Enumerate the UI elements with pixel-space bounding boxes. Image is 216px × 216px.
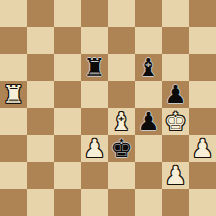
white-bishop: ♝ [110, 108, 132, 135]
square-d4[interactable] [81, 108, 108, 135]
black-bishop: ♝ [137, 54, 159, 81]
square-g3[interactable] [162, 135, 189, 162]
white-pawn: ♟ [191, 135, 213, 162]
black-rook: ♜ [83, 54, 105, 81]
square-e1[interactable] [108, 189, 135, 216]
square-d6[interactable]: ♜ [81, 54, 108, 81]
square-d3[interactable]: ♟ [81, 135, 108, 162]
square-d8[interactable] [81, 0, 108, 27]
square-d1[interactable] [81, 189, 108, 216]
square-b8[interactable] [27, 0, 54, 27]
square-e6[interactable] [108, 54, 135, 81]
square-f2[interactable] [135, 162, 162, 189]
square-g7[interactable] [162, 27, 189, 54]
square-e3[interactable]: ♚ [108, 135, 135, 162]
square-g8[interactable] [162, 0, 189, 27]
square-d2[interactable] [81, 162, 108, 189]
white-pawn: ♟ [164, 162, 186, 189]
square-e7[interactable] [108, 27, 135, 54]
square-f1[interactable] [135, 189, 162, 216]
black-pawn: ♟ [164, 81, 186, 108]
square-h6[interactable] [189, 54, 216, 81]
white-king: ♚ [164, 108, 186, 135]
square-h3[interactable]: ♟ [189, 135, 216, 162]
square-c1[interactable] [54, 189, 81, 216]
square-g2[interactable]: ♟ [162, 162, 189, 189]
square-d7[interactable] [81, 27, 108, 54]
square-b2[interactable] [27, 162, 54, 189]
square-g4[interactable]: ♚ [162, 108, 189, 135]
square-g5[interactable]: ♟ [162, 81, 189, 108]
square-h8[interactable] [189, 0, 216, 27]
square-f6[interactable]: ♝ [135, 54, 162, 81]
chess-board: ♜♝♜♟♝♟♚♟♚♟♟ [0, 0, 216, 216]
square-c6[interactable] [54, 54, 81, 81]
black-pawn: ♟ [137, 108, 159, 135]
square-b7[interactable] [27, 27, 54, 54]
square-a5[interactable]: ♜ [0, 81, 27, 108]
square-g1[interactable] [162, 189, 189, 216]
black-king: ♚ [110, 135, 132, 162]
square-a4[interactable] [0, 108, 27, 135]
square-f4[interactable]: ♟ [135, 108, 162, 135]
square-h5[interactable] [189, 81, 216, 108]
square-b3[interactable] [27, 135, 54, 162]
square-e2[interactable] [108, 162, 135, 189]
square-h2[interactable] [189, 162, 216, 189]
square-d5[interactable] [81, 81, 108, 108]
square-f3[interactable] [135, 135, 162, 162]
square-e4[interactable]: ♝ [108, 108, 135, 135]
square-a3[interactable] [0, 135, 27, 162]
square-a6[interactable] [0, 54, 27, 81]
square-h1[interactable] [189, 189, 216, 216]
white-rook: ♜ [2, 81, 24, 108]
square-b6[interactable] [27, 54, 54, 81]
square-a2[interactable] [0, 162, 27, 189]
square-f5[interactable] [135, 81, 162, 108]
square-a1[interactable] [0, 189, 27, 216]
square-h4[interactable] [189, 108, 216, 135]
square-g6[interactable] [162, 54, 189, 81]
square-f7[interactable] [135, 27, 162, 54]
square-e8[interactable] [108, 0, 135, 27]
square-h7[interactable] [189, 27, 216, 54]
square-a8[interactable] [0, 0, 27, 27]
square-c8[interactable] [54, 0, 81, 27]
square-c3[interactable] [54, 135, 81, 162]
square-b4[interactable] [27, 108, 54, 135]
white-pawn: ♟ [83, 135, 105, 162]
square-b5[interactable] [27, 81, 54, 108]
square-c7[interactable] [54, 27, 81, 54]
square-e5[interactable] [108, 81, 135, 108]
square-a7[interactable] [0, 27, 27, 54]
square-f8[interactable] [135, 0, 162, 27]
square-b1[interactable] [27, 189, 54, 216]
square-c5[interactable] [54, 81, 81, 108]
square-c4[interactable] [54, 108, 81, 135]
square-c2[interactable] [54, 162, 81, 189]
